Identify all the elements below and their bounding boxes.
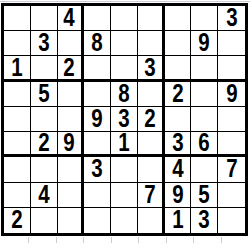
cell-r3c4[interactable] [84,56,111,81]
cell-r8c1[interactable] [4,183,31,208]
cell-r6c1[interactable] [4,132,31,157]
cell-r7c4[interactable]: 3 [84,157,111,182]
cell-r7c2[interactable] [31,157,58,182]
cell-r6c5[interactable]: 1 [111,132,138,157]
cell-r3c8[interactable] [191,56,218,81]
cell-r6c6[interactable] [138,132,165,157]
spreadsheet-gridline-tick [28,237,29,243]
cell-r8c4[interactable] [84,183,111,208]
given-digit: 8 [92,31,103,56]
cell-r7c8[interactable] [191,157,218,182]
given-digit: 1 [11,56,22,80]
cell-r1c6[interactable] [138,6,165,31]
spreadsheet-gridline-tick [221,237,222,243]
cell-r9c2[interactable] [31,208,58,233]
given-digit: 2 [38,132,49,156]
given-digit: 2 [11,208,22,233]
cell-r6c2[interactable]: 2 [31,132,58,157]
cell-r9c7[interactable]: 1 [165,208,192,233]
cell-r2c9[interactable] [218,31,245,56]
given-digit: 2 [64,56,75,80]
given-digit: 7 [144,183,155,208]
cell-r3c2[interactable] [31,56,58,81]
cell-r9c9[interactable] [218,208,245,233]
given-digit: 8 [118,82,129,107]
cell-r2c3[interactable] [58,31,85,56]
cell-r7c7[interactable]: 4 [165,157,192,182]
spreadsheet-gridline-top [0,1,250,2]
cell-r1c5[interactable] [111,6,138,31]
spreadsheet-gridline-tick [166,237,167,243]
cell-r3c1[interactable]: 1 [4,56,31,81]
given-digit: 1 [118,132,129,156]
cell-r4c6[interactable] [138,82,165,107]
cell-r4c8[interactable] [191,82,218,107]
cell-r6c7[interactable]: 3 [165,132,192,157]
cell-r2c6[interactable] [138,31,165,56]
cell-r7c3[interactable] [58,157,85,182]
cell-r8c6[interactable]: 7 [138,183,165,208]
given-digit: 5 [199,183,210,208]
given-digit: 5 [38,82,49,107]
cell-r9c1[interactable]: 2 [4,208,31,233]
cell-r1c1[interactable] [4,6,31,31]
given-digit: 3 [38,31,49,56]
cell-r4c1[interactable] [4,82,31,107]
cell-r4c2[interactable]: 5 [31,82,58,107]
cell-r7c1[interactable] [4,157,31,182]
given-digit: 9 [226,82,237,107]
cell-r2c4[interactable]: 8 [84,31,111,56]
given-digit: 9 [92,107,103,132]
sudoku-screenshot: 433891235829932291363474795213 [0,0,250,243]
cell-r1c9[interactable]: 3 [218,6,245,31]
given-digit: 3 [172,132,183,156]
cell-r8c2[interactable]: 4 [31,183,58,208]
cell-r8c8[interactable]: 5 [191,183,218,208]
given-digit: 3 [144,56,155,80]
cell-r8c7[interactable]: 9 [165,183,192,208]
cell-r1c2[interactable] [31,6,58,31]
given-digit: 9 [64,132,75,156]
spreadsheet-gridline-tick [193,237,194,243]
given-digit: 7 [226,157,237,182]
given-digit: 4 [64,6,75,31]
cell-r5c9[interactable] [218,107,245,132]
cell-r6c4[interactable] [84,132,111,157]
cell-r2c1[interactable] [4,31,31,56]
cell-r9c8[interactable]: 3 [191,208,218,233]
cell-r5c8[interactable] [191,107,218,132]
cell-r1c8[interactable] [191,6,218,31]
cell-r5c1[interactable] [4,107,31,132]
spreadsheet-gridline-tick [138,237,139,243]
cell-r9c4[interactable] [84,208,111,233]
given-digit: 1 [172,208,183,233]
cell-r8c9[interactable] [218,183,245,208]
cell-r6c3[interactable]: 9 [58,132,85,157]
cell-r3c6[interactable]: 3 [138,56,165,81]
cell-r8c5[interactable] [111,183,138,208]
cell-r5c5[interactable]: 3 [111,107,138,132]
cell-r2c8[interactable]: 9 [191,31,218,56]
given-digit: 3 [199,208,210,233]
cell-r2c7[interactable] [165,31,192,56]
cell-r9c3[interactable] [58,208,85,233]
cell-r2c2[interactable]: 3 [31,31,58,56]
cell-r6c9[interactable] [218,132,245,157]
given-digit: 2 [172,82,183,107]
cell-r1c7[interactable] [165,6,192,31]
cell-r9c5[interactable] [111,208,138,233]
cell-r1c4[interactable] [84,6,111,31]
given-digit: 6 [199,132,210,156]
given-digit: 9 [172,183,183,208]
given-digit: 4 [38,183,49,208]
cell-r6c8[interactable]: 6 [191,132,218,157]
given-digit: 9 [199,31,210,56]
spreadsheet-gridline-tick [56,237,57,243]
cell-r4c7[interactable]: 2 [165,82,192,107]
cell-r9c6[interactable] [138,208,165,233]
spreadsheet-gridline-tick [111,237,112,243]
cell-r5c4[interactable]: 9 [84,107,111,132]
given-digit: 3 [92,157,103,182]
cell-r7c9[interactable]: 7 [218,157,245,182]
cell-r5c3[interactable] [58,107,85,132]
cell-r5c2[interactable] [31,107,58,132]
cell-r4c9[interactable]: 9 [218,82,245,107]
sudoku-board: 433891235829932291363474795213 [1,3,248,236]
given-digit: 3 [118,107,129,132]
cell-r7c5[interactable] [111,157,138,182]
cell-r3c7[interactable] [165,56,192,81]
cell-r3c5[interactable] [111,56,138,81]
cell-r1c3[interactable]: 4 [58,6,85,31]
cell-r3c3[interactable]: 2 [58,56,85,81]
cell-r4c3[interactable] [58,82,85,107]
given-digit: 4 [172,157,183,182]
cell-r3c9[interactable] [218,56,245,81]
cell-r5c7[interactable] [165,107,192,132]
cell-r4c4[interactable] [84,82,111,107]
cell-r4c5[interactable]: 8 [111,82,138,107]
cell-r7c6[interactable] [138,157,165,182]
given-digit: 3 [226,6,237,31]
spreadsheet-gridline-tick [83,237,84,243]
given-digit: 2 [144,107,155,132]
cell-r8c3[interactable] [58,183,85,208]
cell-r2c5[interactable] [111,31,138,56]
cell-r5c6[interactable]: 2 [138,107,165,132]
